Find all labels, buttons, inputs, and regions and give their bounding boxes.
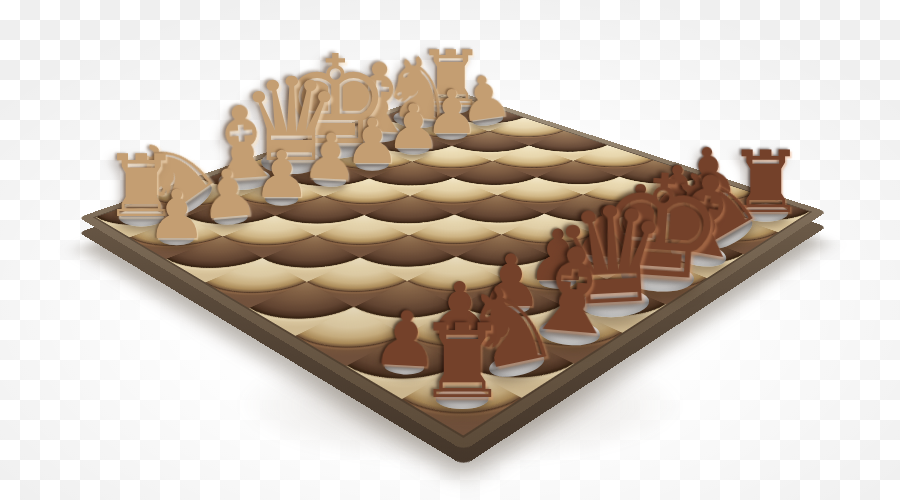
piece-white-pawn[interactable]: ♟ — [253, 143, 311, 208]
scene: ♜♞♝♛♚♝♞♜♟♟♟♟♟♟♟♟♟♟♟♟♟♟♟♟♜♞♝♛♚♝♞♜ — [0, 0, 900, 500]
pawn-glyph: ♟ — [253, 143, 311, 208]
piece-white-pawn[interactable]: ♟ — [147, 181, 208, 249]
pawn-glyph: ♟ — [147, 181, 208, 249]
rook-glyph: ♜ — [417, 311, 509, 413]
piece-black-rook[interactable]: ♜ — [417, 311, 509, 413]
